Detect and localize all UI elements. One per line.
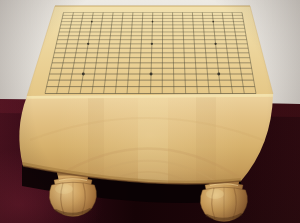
goban-photo [0,0,300,223]
goban-photo-canvas [0,0,300,223]
photo-vignette [0,0,300,223]
vignette-overlay [0,0,300,223]
